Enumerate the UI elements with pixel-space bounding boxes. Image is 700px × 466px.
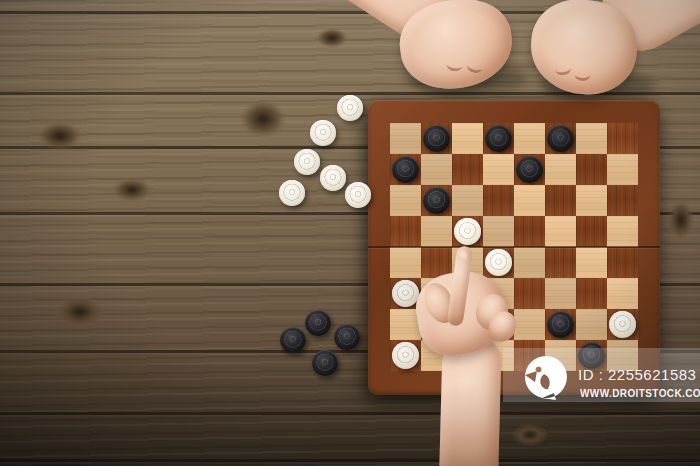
square-a7[interactable] xyxy=(390,154,421,185)
wood-plank-seam xyxy=(0,412,700,415)
square-f6[interactable] xyxy=(545,185,576,216)
square-g6[interactable] xyxy=(576,185,607,216)
captured-checker-black[interactable] xyxy=(305,310,331,336)
square-d8[interactable] xyxy=(483,123,514,154)
captured-checker-black[interactable] xyxy=(334,324,360,350)
checker-white[interactable] xyxy=(392,342,419,369)
square-a6[interactable] xyxy=(390,185,421,216)
square-h5[interactable] xyxy=(607,216,638,247)
square-d5[interactable] xyxy=(483,216,514,247)
square-f2[interactable] xyxy=(545,309,576,340)
square-b5[interactable] xyxy=(421,216,452,247)
square-g8[interactable] xyxy=(576,123,607,154)
captured-checker-white[interactable] xyxy=(279,180,305,206)
square-h7[interactable] xyxy=(607,154,638,185)
checker-white[interactable] xyxy=(609,311,636,338)
wood-knot xyxy=(240,100,286,138)
captured-checker-black[interactable] xyxy=(280,327,306,353)
checker-white[interactable] xyxy=(454,218,481,245)
square-a1[interactable] xyxy=(390,340,421,371)
square-e2[interactable] xyxy=(514,309,545,340)
captured-checker-white[interactable] xyxy=(320,165,346,191)
square-b6[interactable] xyxy=(421,185,452,216)
square-h2[interactable] xyxy=(607,309,638,340)
checker-black[interactable] xyxy=(423,187,450,214)
checker-black[interactable] xyxy=(423,125,450,152)
square-b8[interactable] xyxy=(421,123,452,154)
wood-knot xyxy=(38,122,82,150)
square-g2[interactable] xyxy=(576,309,607,340)
square-g7[interactable] xyxy=(576,154,607,185)
captured-checker-white[interactable] xyxy=(294,149,320,175)
wood-knot xyxy=(512,424,548,446)
wood-knot xyxy=(55,296,105,328)
square-f7[interactable] xyxy=(545,154,576,185)
square-f5[interactable] xyxy=(545,216,576,247)
square-e8[interactable] xyxy=(514,123,545,154)
square-h6[interactable] xyxy=(607,185,638,216)
photo-scene: ID : 2255621583 WWW.DROITSTOCK.COM xyxy=(0,0,700,466)
square-c6[interactable] xyxy=(452,185,483,216)
wood-plank-seam xyxy=(0,459,700,462)
square-e5[interactable] xyxy=(514,216,545,247)
square-d6[interactable] xyxy=(483,185,514,216)
captured-checker-black[interactable] xyxy=(312,350,338,376)
checker-black[interactable] xyxy=(547,125,574,152)
captured-checker-white[interactable] xyxy=(310,120,336,146)
checker-white[interactable] xyxy=(485,249,512,276)
knuckle-crease xyxy=(574,68,590,81)
checker-black[interactable] xyxy=(392,156,419,183)
droitstock-logo-icon xyxy=(524,355,568,401)
square-c7[interactable] xyxy=(452,154,483,185)
knuckle-crease xyxy=(554,61,571,76)
square-a8[interactable] xyxy=(390,123,421,154)
square-e3[interactable] xyxy=(514,278,545,309)
square-c5[interactable] xyxy=(452,216,483,247)
square-g5[interactable] xyxy=(576,216,607,247)
square-d7[interactable] xyxy=(483,154,514,185)
checker-black[interactable] xyxy=(516,156,543,183)
captured-checker-white[interactable] xyxy=(337,95,363,121)
wood-knot xyxy=(668,200,694,240)
square-g4[interactable] xyxy=(576,247,607,278)
womans-forearm xyxy=(439,337,501,466)
square-f8[interactable] xyxy=(545,123,576,154)
watermark-id-text: ID : 2255621583 xyxy=(578,366,696,383)
knuckle-crease xyxy=(466,58,485,74)
square-h4[interactable] xyxy=(607,247,638,278)
wood-knot xyxy=(316,28,348,48)
checker-white[interactable] xyxy=(392,280,419,307)
square-c8[interactable] xyxy=(452,123,483,154)
wood-knot xyxy=(112,178,152,202)
checker-black[interactable] xyxy=(547,311,574,338)
square-h3[interactable] xyxy=(607,278,638,309)
captured-checker-white[interactable] xyxy=(345,182,371,208)
square-d4[interactable] xyxy=(483,247,514,278)
square-f4[interactable] xyxy=(545,247,576,278)
square-b7[interactable] xyxy=(421,154,452,185)
square-h8[interactable] xyxy=(607,123,638,154)
square-a4[interactable] xyxy=(390,247,421,278)
square-e7[interactable] xyxy=(514,154,545,185)
checker-black[interactable] xyxy=(485,125,512,152)
square-e6[interactable] xyxy=(514,185,545,216)
square-f3[interactable] xyxy=(545,278,576,309)
square-a5[interactable] xyxy=(390,216,421,247)
square-g3[interactable] xyxy=(576,278,607,309)
square-e4[interactable] xyxy=(514,247,545,278)
watermark-site-url: WWW.DROITSTOCK.COM xyxy=(580,388,700,399)
knuckle-crease xyxy=(446,57,463,72)
